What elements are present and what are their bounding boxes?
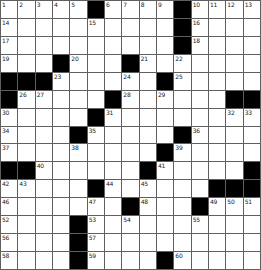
cell-r1c3[interactable]: 3 [36,1,52,18]
clue-number: 19 [2,55,9,62]
cell-r15c3[interactable] [36,252,52,269]
cell-r1c9[interactable]: 8 [140,1,156,18]
clue-number: 29 [158,91,165,98]
cell-r7c5[interactable] [70,109,86,126]
cell-r4c7[interactable] [105,55,121,72]
cell-r15c9[interactable] [140,252,156,269]
cell-r2c15[interactable] [244,19,260,36]
cell-r15c6[interactable]: 59 [88,252,104,269]
cell-r9c2[interactable] [18,144,34,161]
cell-r3c9[interactable] [140,37,156,54]
cell-r9c13[interactable] [209,144,225,161]
cell-r2c12[interactable]: 16 [192,19,208,36]
cell-r3c10[interactable] [157,37,173,54]
clue-number: 7 [123,1,127,8]
clue-number: 47 [89,198,96,205]
clue-number: 58 [2,252,9,259]
cell-r1c7[interactable]: 6 [105,1,121,18]
cell-r8c13[interactable] [209,127,225,144]
black-cell-r10c1 [1,162,17,179]
clue-number: 57 [89,234,96,241]
clue-number: 33 [245,109,252,116]
cell-r3c15[interactable] [244,37,260,54]
cell-r7c12[interactable] [192,109,208,126]
clue-number: 52 [2,216,9,223]
cell-r8c7[interactable] [105,127,121,144]
clue-number: 20 [71,55,78,62]
clue-number: 39 [175,144,182,151]
clue-number: 50 [227,198,234,205]
cell-r15c7[interactable] [105,252,121,269]
cell-r10c13[interactable] [209,162,225,179]
cell-r1c4[interactable]: 4 [53,1,69,18]
black-cell-r10c2 [18,162,34,179]
cell-r8c2[interactable] [18,127,34,144]
black-cell-r10c15 [244,162,260,179]
cell-r15c12[interactable] [192,252,208,269]
cell-r3c4[interactable] [53,37,69,54]
cell-r8c12[interactable]: 36 [192,127,208,144]
clue-number: 28 [123,91,130,98]
black-cell-r8c5 [70,127,86,144]
cell-r14c13[interactable] [209,234,225,251]
cell-r3c1[interactable]: 17 [1,37,17,54]
cell-r5c11[interactable]: 25 [174,73,190,90]
cell-r13c8[interactable]: 54 [122,216,138,233]
cell-r13c3[interactable] [36,216,52,233]
cell-r10c12[interactable] [192,162,208,179]
black-cell-r13c5 [70,216,86,233]
cell-r14c1[interactable]: 56 [1,234,17,251]
cell-r4c6[interactable] [88,55,104,72]
cell-r15c13[interactable] [209,252,225,269]
clue-number: 49 [210,198,217,205]
black-cell-r1c11 [174,1,190,18]
cell-r5c8[interactable]: 24 [122,73,138,90]
cell-r7c10[interactable] [157,109,173,126]
clue-number: 46 [2,198,9,205]
cell-r6c6[interactable] [88,91,104,108]
cell-r1c2[interactable]: 2 [18,1,34,18]
clue-number: 4 [54,1,58,8]
clue-number: 48 [141,198,148,205]
cell-r15c15[interactable] [244,252,260,269]
black-cell-r1c6 [88,1,104,18]
cell-r7c11[interactable] [174,109,190,126]
cell-r7c15[interactable]: 33 [244,109,260,126]
cell-r11c9[interactable]: 45 [140,180,156,197]
clue-number: 16 [193,19,200,26]
black-cell-r6c15 [244,91,260,108]
cell-r9c5[interactable]: 38 [70,144,86,161]
cell-r14c3[interactable] [36,234,52,251]
cell-r8c4[interactable] [53,127,69,144]
cell-r13c2[interactable] [18,216,34,233]
clue-number: 12 [227,1,234,8]
black-cell-r3c11 [174,37,190,54]
clue-number: 45 [141,180,148,187]
black-cell-r4c4 [53,55,69,72]
cell-r13c12[interactable]: 55 [192,216,208,233]
clue-number: 31 [106,109,113,116]
cell-r14c7[interactable] [105,234,121,251]
clue-number: 17 [2,37,9,44]
cell-r8c10[interactable] [157,127,173,144]
clue-number: 9 [158,1,162,8]
cell-r10c14[interactable] [226,162,242,179]
cell-r15c8[interactable] [122,252,138,269]
clue-number: 53 [89,216,96,223]
black-cell-r11c14 [226,180,242,197]
clue-number: 18 [193,37,200,44]
cell-r2c9[interactable] [140,19,156,36]
cell-r8c14[interactable] [226,127,242,144]
cell-r3c3[interactable] [36,37,52,54]
clue-number: 54 [123,216,130,223]
cell-r10c5[interactable] [70,162,86,179]
clue-number: 24 [123,73,130,80]
black-cell-r7c6 [88,109,104,126]
cell-r12c15[interactable]: 51 [244,198,260,215]
black-cell-r12c12 [192,198,208,215]
clue-number: 14 [2,19,9,26]
cell-r14c11[interactable] [174,234,190,251]
cell-r9c4[interactable] [53,144,69,161]
cell-r8c6[interactable]: 35 [88,127,104,144]
cell-r13c13[interactable] [209,216,225,233]
cell-r15c2[interactable] [18,252,34,269]
black-cell-r12c8 [122,198,138,215]
cell-r6c2[interactable]: 26 [18,91,34,108]
cell-r3c12[interactable]: 18 [192,37,208,54]
clue-number: 30 [2,109,9,116]
cell-r3c2[interactable] [18,37,34,54]
cell-r7c8[interactable] [122,109,138,126]
cell-r12c7[interactable] [105,198,121,215]
cell-r12c10[interactable] [157,198,173,215]
clue-number: 22 [175,55,182,62]
cell-r1c8[interactable]: 7 [122,1,138,18]
cell-r12c13[interactable]: 49 [209,198,225,215]
cell-r6c12[interactable] [192,91,208,108]
clue-number: 13 [245,1,252,8]
cell-r9c7[interactable] [105,144,121,161]
cell-r4c3[interactable] [36,55,52,72]
cell-r7c13[interactable] [209,109,225,126]
black-cell-r10c9 [140,162,156,179]
cell-r2c13[interactable] [209,19,225,36]
clue-number: 21 [141,55,148,62]
clue-number: 27 [37,91,44,98]
cell-r1c12[interactable]: 10 [192,1,208,18]
clue-number: 8 [141,1,145,8]
cell-r13c7[interactable] [105,216,121,233]
cell-r4c15[interactable] [244,55,260,72]
cell-r4c11[interactable]: 22 [174,55,190,72]
cell-r4c2[interactable] [18,55,34,72]
cell-r5c12[interactable] [192,73,208,90]
crossword-grid: 1234567891011121314151617181920212223242… [0,0,261,270]
cell-r10c11[interactable] [174,162,190,179]
clue-number: 32 [227,109,234,116]
cell-r6c13[interactable] [209,91,225,108]
cell-r14c4[interactable] [53,234,69,251]
cell-r13c6[interactable]: 53 [88,216,104,233]
cell-r1c10[interactable]: 9 [157,1,173,18]
cell-r4c12[interactable] [192,55,208,72]
cell-r12c4[interactable] [53,198,69,215]
cell-r8c8[interactable] [122,127,138,144]
cell-r10c3[interactable]: 40 [36,162,52,179]
black-cell-r2c11 [174,19,190,36]
cell-r5c6[interactable] [88,73,104,90]
cell-r7c4[interactable] [53,109,69,126]
cell-r14c9[interactable] [140,234,156,251]
cell-r9c11[interactable]: 39 [174,144,190,161]
clue-number: 25 [175,73,182,80]
cell-r9c12[interactable] [192,144,208,161]
cell-r1c1[interactable]: 1 [1,1,17,18]
cell-r10c7[interactable] [105,162,121,179]
cell-r12c14[interactable]: 50 [226,198,242,215]
cell-r3c14[interactable] [226,37,242,54]
cell-r1c5[interactable]: 5 [70,1,86,18]
cell-r13c9[interactable] [140,216,156,233]
cell-r10c6[interactable] [88,162,104,179]
cell-r11c5[interactable] [70,180,86,197]
cell-r13c11[interactable] [174,216,190,233]
cell-r2c7[interactable] [105,19,121,36]
cell-r10c10[interactable]: 41 [157,162,173,179]
cell-r6c11[interactable] [174,91,190,108]
black-cell-r15c10 [157,252,173,269]
cell-r3c5[interactable] [70,37,86,54]
cell-r5c7[interactable] [105,73,121,90]
cell-r2c3[interactable] [36,19,52,36]
cell-r14c2[interactable] [18,234,34,251]
cell-r9c3[interactable] [36,144,52,161]
clue-number: 6 [106,1,110,8]
cell-r11c1[interactable]: 42 [1,180,17,197]
cell-r5c5[interactable] [70,73,86,90]
cell-r13c4[interactable] [53,216,69,233]
black-cell-r4c8 [122,55,138,72]
cell-r14c15[interactable] [244,234,260,251]
cell-r11c10[interactable] [157,180,173,197]
cell-r13c14[interactable] [226,216,242,233]
clue-number: 23 [54,73,61,80]
cell-r4c9[interactable]: 21 [140,55,156,72]
cell-r14c14[interactable] [226,234,242,251]
clue-number: 42 [2,180,9,187]
cell-r6c3[interactable]: 27 [36,91,52,108]
black-cell-r11c6 [88,180,104,197]
cell-r15c4[interactable] [53,252,69,269]
black-cell-r14c5 [70,234,86,251]
cell-r8c9[interactable] [140,127,156,144]
cell-r1c15[interactable]: 13 [244,1,260,18]
black-cell-r11c13 [209,180,225,197]
cell-r3c6[interactable] [88,37,104,54]
clue-number: 34 [2,127,9,134]
cell-r6c10[interactable]: 29 [157,91,173,108]
cell-r2c1[interactable]: 14 [1,19,17,36]
cell-r10c4[interactable] [53,162,69,179]
cell-r4c5[interactable]: 20 [70,55,86,72]
cell-r7c7[interactable]: 31 [105,109,121,126]
cell-r8c15[interactable] [244,127,260,144]
cell-r2c2[interactable] [18,19,34,36]
clue-number: 11 [210,1,217,8]
cell-r2c4[interactable] [53,19,69,36]
cell-r7c2[interactable] [18,109,34,126]
cell-r11c2[interactable]: 43 [18,180,34,197]
cell-r5c4[interactable]: 23 [53,73,69,90]
cell-r15c14[interactable] [226,252,242,269]
cell-r12c6[interactable]: 47 [88,198,104,215]
cell-r7c9[interactable] [140,109,156,126]
cell-r13c10[interactable] [157,216,173,233]
cell-r11c3[interactable] [36,180,52,197]
cell-r8c3[interactable] [36,127,52,144]
black-cell-r15c5 [70,252,86,269]
cell-r11c8[interactable] [122,180,138,197]
clue-number: 37 [2,144,9,151]
black-cell-r6c7 [105,91,121,108]
cell-r12c3[interactable] [36,198,52,215]
clue-number: 56 [2,234,9,241]
cell-r9c1[interactable]: 37 [1,144,17,161]
cell-r4c1[interactable]: 19 [1,55,17,72]
clue-number: 1 [2,1,6,8]
cell-r9c15[interactable] [244,144,260,161]
cell-r11c4[interactable] [53,180,69,197]
clue-number: 51 [245,198,252,205]
black-cell-r11c15 [244,180,260,197]
cell-r2c14[interactable] [226,19,242,36]
cell-r10c8[interactable] [122,162,138,179]
cell-r3c13[interactable] [209,37,225,54]
cell-r6c5[interactable] [70,91,86,108]
cell-r2c5[interactable] [70,19,86,36]
clue-number: 5 [71,1,75,8]
clue-number: 2 [19,1,23,8]
cell-r5c14[interactable] [226,73,242,90]
cell-r11c12[interactable] [192,180,208,197]
cell-r2c10[interactable] [157,19,173,36]
black-cell-r5c1 [1,73,17,90]
cell-r15c11[interactable]: 60 [174,252,190,269]
cell-r12c11[interactable] [174,198,190,215]
cell-r6c8[interactable]: 28 [122,91,138,108]
cell-r1c13[interactable]: 11 [209,1,225,18]
clue-number: 38 [71,144,78,151]
cell-r12c9[interactable]: 48 [140,198,156,215]
black-cell-r5c3 [36,73,52,90]
clue-number: 40 [37,162,44,169]
cell-r9c9[interactable] [140,144,156,161]
cell-r7c14[interactable]: 32 [226,109,242,126]
clue-number: 3 [37,1,41,8]
cell-r14c6[interactable]: 57 [88,234,104,251]
cell-r5c15[interactable] [244,73,260,90]
cell-r13c15[interactable] [244,216,260,233]
clue-number: 26 [19,91,26,98]
cell-r5c13[interactable] [209,73,225,90]
cell-r14c12[interactable] [192,234,208,251]
clue-number: 43 [19,180,26,187]
cell-r3c8[interactable] [122,37,138,54]
cell-r9c6[interactable] [88,144,104,161]
cell-r9c8[interactable] [122,144,138,161]
clue-number: 36 [193,127,200,134]
cell-r11c7[interactable]: 44 [105,180,121,197]
cell-r3c7[interactable] [105,37,121,54]
clue-number: 44 [106,180,113,187]
cell-r9c14[interactable] [226,144,242,161]
clue-number: 59 [89,252,96,259]
cell-r2c8[interactable] [122,19,138,36]
black-cell-r8c11 [174,127,190,144]
clue-number: 60 [175,252,182,259]
cell-r15c1[interactable]: 58 [1,252,17,269]
cell-r4c14[interactable] [226,55,242,72]
cell-r7c1[interactable]: 30 [1,109,17,126]
cell-r6c9[interactable] [140,91,156,108]
clue-number: 55 [193,216,200,223]
cell-r11c11[interactable] [174,180,190,197]
cell-r5c9[interactable] [140,73,156,90]
clue-number: 35 [89,127,96,134]
cell-r14c10[interactable] [157,234,173,251]
cell-r13c1[interactable]: 52 [1,216,17,233]
cell-r12c2[interactable] [18,198,34,215]
black-cell-r5c2 [18,73,34,90]
cell-r8c1[interactable]: 34 [1,127,17,144]
clue-number: 41 [158,162,165,169]
cell-r12c1[interactable]: 46 [1,198,17,215]
cell-r2c6[interactable]: 15 [88,19,104,36]
cell-r4c13[interactable] [209,55,225,72]
cell-r14c8[interactable] [122,234,138,251]
black-cell-r9c10 [157,144,173,161]
cell-r4c10[interactable] [157,55,173,72]
black-cell-r6c14 [226,91,242,108]
cell-r12c5[interactable] [70,198,86,215]
cell-r1c14[interactable]: 12 [226,1,242,18]
clue-number: 15 [89,19,96,26]
cell-r6c4[interactable] [53,91,69,108]
clue-number: 10 [193,1,200,8]
cell-r7c3[interactable] [36,109,52,126]
black-cell-r5c10 [157,73,173,90]
black-cell-r6c1 [1,91,17,108]
